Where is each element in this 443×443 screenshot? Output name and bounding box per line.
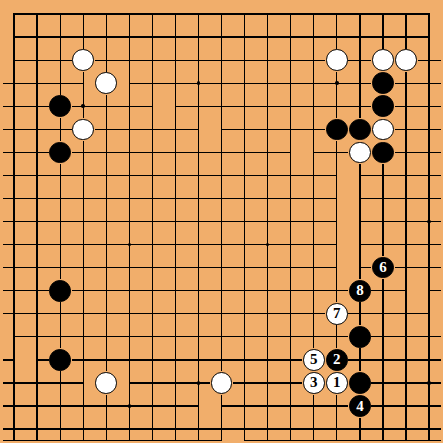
board-point[interactable] <box>164 26 187 49</box>
board-point[interactable] <box>26 210 49 233</box>
board-point[interactable] <box>164 233 187 256</box>
board-point[interactable] <box>72 141 95 164</box>
board-point[interactable] <box>256 279 279 302</box>
board-point[interactable] <box>371 325 394 348</box>
stone-black[interactable] <box>372 72 394 94</box>
board-point[interactable] <box>395 279 418 302</box>
board-point[interactable] <box>210 256 233 279</box>
board-point[interactable] <box>210 395 233 418</box>
board-point[interactable] <box>118 26 141 49</box>
board-point[interactable] <box>164 395 187 418</box>
board-point[interactable] <box>187 141 210 164</box>
board-point[interactable] <box>3 325 26 348</box>
stone-black[interactable] <box>49 142 71 164</box>
board-point[interactable] <box>164 72 187 95</box>
board-point[interactable] <box>256 3 279 26</box>
board-point[interactable] <box>187 279 210 302</box>
board-point[interactable] <box>418 26 441 49</box>
board-point[interactable] <box>418 210 441 233</box>
board-point[interactable] <box>279 325 302 348</box>
board-point[interactable] <box>141 95 164 118</box>
board-point[interactable] <box>141 371 164 394</box>
stone-white[interactable] <box>72 119 94 141</box>
board-point[interactable] <box>118 348 141 371</box>
board-point[interactable] <box>302 279 325 302</box>
board-point[interactable] <box>3 26 26 49</box>
stone-white[interactable] <box>326 49 348 71</box>
board-point[interactable] <box>141 418 164 441</box>
board-point[interactable] <box>95 95 118 118</box>
board-point[interactable] <box>418 256 441 279</box>
board-point[interactable] <box>256 187 279 210</box>
board-point[interactable] <box>210 325 233 348</box>
board-point[interactable] <box>418 118 441 141</box>
board-point[interactable] <box>302 118 325 141</box>
board-point[interactable] <box>302 3 325 26</box>
board-point[interactable] <box>233 141 256 164</box>
board-point[interactable] <box>49 187 72 210</box>
board-point[interactable] <box>72 418 95 441</box>
board-point[interactable] <box>279 26 302 49</box>
board-point[interactable] <box>118 210 141 233</box>
board-point[interactable] <box>118 3 141 26</box>
board-point[interactable] <box>233 325 256 348</box>
board-point[interactable] <box>3 3 26 26</box>
stone-white[interactable] <box>349 142 371 164</box>
board-point[interactable] <box>49 164 72 187</box>
board-point[interactable] <box>210 49 233 72</box>
board-point[interactable] <box>233 72 256 95</box>
board-point[interactable] <box>95 302 118 325</box>
board-point[interactable] <box>95 3 118 26</box>
board-point[interactable] <box>371 164 394 187</box>
board-point[interactable] <box>302 187 325 210</box>
board-point[interactable] <box>418 395 441 418</box>
board-point[interactable] <box>141 141 164 164</box>
board-point[interactable] <box>395 3 418 26</box>
board-point[interactable] <box>3 210 26 233</box>
board-point[interactable] <box>26 49 49 72</box>
board-point[interactable] <box>348 49 371 72</box>
board-point[interactable] <box>371 187 394 210</box>
board-point[interactable] <box>279 302 302 325</box>
board-point[interactable] <box>256 371 279 394</box>
board-point[interactable] <box>3 302 26 325</box>
board-point[interactable] <box>279 210 302 233</box>
stone-black-move-6[interactable]: 6 <box>372 257 394 279</box>
board-point[interactable] <box>302 256 325 279</box>
board-point[interactable] <box>371 26 394 49</box>
stone-black[interactable] <box>49 349 71 371</box>
board-point[interactable] <box>118 187 141 210</box>
board-point[interactable] <box>187 348 210 371</box>
board-point[interactable] <box>279 141 302 164</box>
stone-black[interactable] <box>326 119 348 141</box>
board-point[interactable] <box>302 141 325 164</box>
board-point[interactable] <box>49 26 72 49</box>
board-point[interactable] <box>95 164 118 187</box>
board-point[interactable] <box>95 141 118 164</box>
board-point[interactable] <box>302 210 325 233</box>
board-point[interactable] <box>49 72 72 95</box>
board-point[interactable] <box>72 187 95 210</box>
board-point[interactable] <box>302 26 325 49</box>
board-point[interactable] <box>210 279 233 302</box>
board-point[interactable] <box>302 302 325 325</box>
board-point[interactable] <box>3 395 26 418</box>
board-point[interactable] <box>187 256 210 279</box>
board-point[interactable] <box>187 418 210 441</box>
board-point[interactable] <box>233 371 256 394</box>
board-point[interactable] <box>279 118 302 141</box>
board-point[interactable] <box>141 210 164 233</box>
stone-black[interactable] <box>349 326 371 348</box>
board-point[interactable] <box>325 141 348 164</box>
board-point[interactable] <box>256 325 279 348</box>
board-point[interactable] <box>210 233 233 256</box>
board-point[interactable] <box>3 95 26 118</box>
board-point[interactable] <box>371 210 394 233</box>
board-point[interactable] <box>118 95 141 118</box>
stone-white-move-7[interactable]: 7 <box>326 303 348 325</box>
board-point[interactable] <box>3 279 26 302</box>
board-point[interactable] <box>187 325 210 348</box>
board-point[interactable] <box>3 233 26 256</box>
board-point[interactable] <box>141 164 164 187</box>
board-point[interactable] <box>418 371 441 394</box>
board-point[interactable] <box>210 3 233 26</box>
board-point[interactable] <box>3 141 26 164</box>
board-point[interactable] <box>164 210 187 233</box>
board-point[interactable] <box>279 187 302 210</box>
board-point[interactable] <box>395 141 418 164</box>
board-point[interactable] <box>141 325 164 348</box>
board-point[interactable] <box>164 95 187 118</box>
board-point[interactable] <box>418 3 441 26</box>
board-point[interactable] <box>95 233 118 256</box>
stone-black[interactable] <box>372 95 394 117</box>
board-point[interactable] <box>141 348 164 371</box>
board-point[interactable] <box>72 210 95 233</box>
board-point[interactable] <box>72 371 95 394</box>
board-point[interactable] <box>325 210 348 233</box>
stone-black[interactable] <box>49 280 71 302</box>
board-point[interactable] <box>95 187 118 210</box>
board-point[interactable] <box>233 95 256 118</box>
board-point[interactable] <box>95 418 118 441</box>
board-point[interactable] <box>26 395 49 418</box>
stone-black[interactable] <box>49 95 71 117</box>
board-point[interactable] <box>279 371 302 394</box>
board-point[interactable] <box>395 395 418 418</box>
board-point[interactable] <box>233 49 256 72</box>
board-point[interactable] <box>325 395 348 418</box>
board-point[interactable] <box>395 187 418 210</box>
board-point[interactable] <box>95 49 118 72</box>
board-point[interactable] <box>256 418 279 441</box>
stone-white-move-1[interactable]: 1 <box>326 372 348 394</box>
board-point[interactable] <box>72 325 95 348</box>
board-point[interactable] <box>95 348 118 371</box>
board-point[interactable] <box>418 72 441 95</box>
board-point[interactable] <box>325 187 348 210</box>
board-point[interactable] <box>210 302 233 325</box>
board-point[interactable] <box>279 164 302 187</box>
board-point[interactable] <box>95 279 118 302</box>
board-point[interactable] <box>187 118 210 141</box>
board-point[interactable] <box>49 325 72 348</box>
board-point[interactable] <box>187 3 210 26</box>
board-point[interactable] <box>395 233 418 256</box>
board-point[interactable] <box>233 418 256 441</box>
board-point[interactable] <box>348 187 371 210</box>
stone-black[interactable] <box>349 372 371 394</box>
board-point[interactable] <box>95 118 118 141</box>
board-point[interactable] <box>72 26 95 49</box>
board-point[interactable] <box>141 72 164 95</box>
board-point[interactable] <box>187 49 210 72</box>
board-point[interactable] <box>164 279 187 302</box>
board-point[interactable] <box>371 395 394 418</box>
board-point[interactable] <box>348 233 371 256</box>
board-point[interactable] <box>26 72 49 95</box>
board-point[interactable] <box>256 256 279 279</box>
board-point[interactable] <box>418 348 441 371</box>
board-point[interactable] <box>26 3 49 26</box>
board-point[interactable] <box>395 164 418 187</box>
board-point[interactable] <box>164 256 187 279</box>
board-point[interactable] <box>187 187 210 210</box>
board-point[interactable] <box>49 3 72 26</box>
board-point[interactable] <box>395 95 418 118</box>
board-point[interactable] <box>233 256 256 279</box>
board-point[interactable] <box>49 395 72 418</box>
board-point[interactable] <box>302 325 325 348</box>
board-point[interactable] <box>72 233 95 256</box>
board-point[interactable] <box>325 26 348 49</box>
board-point[interactable] <box>418 164 441 187</box>
board-point[interactable] <box>395 26 418 49</box>
board-point[interactable] <box>348 164 371 187</box>
board-point[interactable] <box>187 72 210 95</box>
board-point[interactable] <box>72 348 95 371</box>
stone-black-move-2[interactable]: 2 <box>326 349 348 371</box>
stone-white-move-3[interactable]: 3 <box>303 372 325 394</box>
board-point[interactable] <box>256 26 279 49</box>
board-point[interactable] <box>210 187 233 210</box>
stone-black[interactable] <box>372 142 394 164</box>
board-point[interactable] <box>26 164 49 187</box>
board-point[interactable] <box>325 418 348 441</box>
board-point[interactable] <box>26 118 49 141</box>
stone-black-move-8[interactable]: 8 <box>349 280 371 302</box>
board-point[interactable] <box>49 302 72 325</box>
board-point[interactable] <box>95 325 118 348</box>
board-point[interactable] <box>118 49 141 72</box>
board-point[interactable] <box>279 95 302 118</box>
board-point[interactable] <box>302 49 325 72</box>
board-point[interactable] <box>141 395 164 418</box>
board-point[interactable] <box>187 95 210 118</box>
board-point[interactable] <box>3 164 26 187</box>
board-point[interactable] <box>418 95 441 118</box>
stone-black-move-4[interactable]: 4 <box>349 395 371 417</box>
board-point[interactable] <box>418 187 441 210</box>
board-point[interactable] <box>418 233 441 256</box>
board-point[interactable] <box>348 418 371 441</box>
board-point[interactable] <box>256 233 279 256</box>
board-point[interactable] <box>118 395 141 418</box>
board-point[interactable] <box>210 210 233 233</box>
board-point[interactable] <box>118 72 141 95</box>
board-point[interactable] <box>279 49 302 72</box>
board-point[interactable] <box>95 256 118 279</box>
board-point[interactable] <box>395 418 418 441</box>
board-point[interactable] <box>72 3 95 26</box>
board-point[interactable] <box>164 164 187 187</box>
board-point[interactable] <box>302 418 325 441</box>
board-point[interactable] <box>95 26 118 49</box>
board-point[interactable] <box>72 279 95 302</box>
board-point[interactable] <box>325 72 348 95</box>
board-point[interactable] <box>118 118 141 141</box>
board-point[interactable] <box>72 95 95 118</box>
board-point[interactable] <box>233 3 256 26</box>
board-point[interactable] <box>26 348 49 371</box>
board-point[interactable] <box>256 118 279 141</box>
board-point[interactable] <box>302 164 325 187</box>
board-point[interactable] <box>164 118 187 141</box>
board-point[interactable] <box>210 118 233 141</box>
board-point[interactable] <box>141 302 164 325</box>
go-board[interactable]: 68752314 <box>3 3 441 441</box>
board-point[interactable] <box>141 118 164 141</box>
board-point[interactable] <box>302 233 325 256</box>
board-point[interactable] <box>49 210 72 233</box>
board-point[interactable] <box>325 3 348 26</box>
board-point[interactable] <box>187 302 210 325</box>
board-point[interactable] <box>233 210 256 233</box>
board-point[interactable] <box>187 164 210 187</box>
stone-white[interactable] <box>372 119 394 141</box>
board-point[interactable] <box>233 302 256 325</box>
board-point[interactable] <box>279 3 302 26</box>
board-point[interactable] <box>49 118 72 141</box>
stone-black[interactable] <box>349 119 371 141</box>
board-point[interactable] <box>279 418 302 441</box>
board-point[interactable] <box>95 210 118 233</box>
board-point[interactable] <box>233 187 256 210</box>
board-point[interactable] <box>3 256 26 279</box>
board-point[interactable] <box>325 95 348 118</box>
board-point[interactable] <box>164 141 187 164</box>
board-point[interactable] <box>3 118 26 141</box>
board-point[interactable] <box>371 302 394 325</box>
board-point[interactable] <box>26 325 49 348</box>
board-point[interactable] <box>210 72 233 95</box>
board-point[interactable] <box>325 256 348 279</box>
board-point[interactable] <box>3 418 26 441</box>
board-point[interactable] <box>256 49 279 72</box>
board-point[interactable] <box>49 233 72 256</box>
board-point[interactable] <box>418 325 441 348</box>
board-point[interactable] <box>187 210 210 233</box>
board-point[interactable] <box>279 348 302 371</box>
board-point[interactable] <box>141 49 164 72</box>
board-point[interactable] <box>256 72 279 95</box>
stone-white[interactable] <box>95 72 117 94</box>
board-point[interactable] <box>418 49 441 72</box>
board-point[interactable] <box>302 72 325 95</box>
board-point[interactable] <box>164 418 187 441</box>
board-point[interactable] <box>3 49 26 72</box>
board-point[interactable] <box>395 210 418 233</box>
board-point[interactable] <box>141 233 164 256</box>
board-point[interactable] <box>348 26 371 49</box>
board-point[interactable] <box>256 164 279 187</box>
board-point[interactable] <box>210 418 233 441</box>
board-point[interactable] <box>210 164 233 187</box>
board-point[interactable] <box>348 3 371 26</box>
board-point[interactable] <box>210 348 233 371</box>
board-point[interactable] <box>3 72 26 95</box>
board-point[interactable] <box>256 210 279 233</box>
board-point[interactable] <box>49 418 72 441</box>
board-point[interactable] <box>418 141 441 164</box>
board-point[interactable] <box>210 141 233 164</box>
board-point[interactable] <box>72 302 95 325</box>
board-point[interactable] <box>348 302 371 325</box>
board-point[interactable] <box>118 164 141 187</box>
board-point[interactable] <box>164 348 187 371</box>
board-point[interactable] <box>26 141 49 164</box>
board-point[interactable] <box>348 256 371 279</box>
board-point[interactable] <box>302 95 325 118</box>
board-point[interactable] <box>118 141 141 164</box>
board-point[interactable] <box>187 26 210 49</box>
board-point[interactable] <box>164 187 187 210</box>
board-point[interactable] <box>256 395 279 418</box>
board-point[interactable] <box>348 95 371 118</box>
board-point[interactable] <box>279 395 302 418</box>
board-point[interactable] <box>233 279 256 302</box>
board-point[interactable] <box>26 256 49 279</box>
board-point[interactable] <box>371 3 394 26</box>
board-point[interactable] <box>72 164 95 187</box>
board-point[interactable] <box>371 279 394 302</box>
board-point[interactable] <box>279 256 302 279</box>
board-point[interactable] <box>26 26 49 49</box>
board-point[interactable] <box>279 233 302 256</box>
board-point[interactable] <box>395 348 418 371</box>
board-point[interactable] <box>26 187 49 210</box>
board-point[interactable] <box>3 348 26 371</box>
board-point[interactable] <box>256 95 279 118</box>
board-point[interactable] <box>348 72 371 95</box>
stone-white[interactable] <box>211 372 233 394</box>
board-point[interactable] <box>118 371 141 394</box>
board-point[interactable] <box>49 49 72 72</box>
stone-white[interactable] <box>372 49 394 71</box>
board-point[interactable] <box>72 256 95 279</box>
board-point[interactable] <box>371 348 394 371</box>
board-point[interactable] <box>233 164 256 187</box>
board-point[interactable] <box>118 418 141 441</box>
board-point[interactable] <box>325 279 348 302</box>
board-point[interactable] <box>118 325 141 348</box>
board-point[interactable] <box>26 279 49 302</box>
board-point[interactable] <box>395 72 418 95</box>
